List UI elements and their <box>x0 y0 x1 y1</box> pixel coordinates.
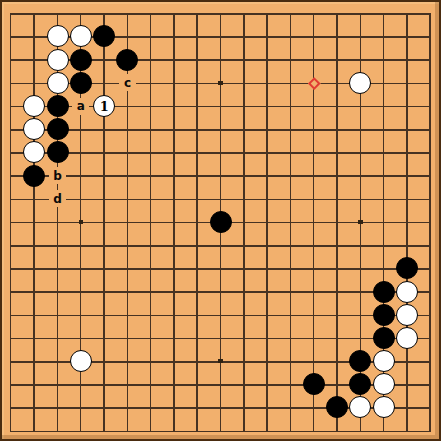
black-stone <box>70 49 92 71</box>
black-stone <box>210 211 232 233</box>
white-stone <box>23 141 45 163</box>
black-stone <box>93 25 115 47</box>
label-d: d <box>49 190 66 207</box>
white-stone <box>373 373 395 395</box>
star-point <box>218 81 223 86</box>
move-number-1: 1 <box>93 95 115 117</box>
star-point <box>218 359 223 364</box>
black-stone <box>326 396 348 418</box>
black-stone <box>70 72 92 94</box>
board-grid: 1abcd <box>0 2 441 441</box>
white-stone <box>373 350 395 372</box>
black-stone <box>373 304 395 326</box>
label-c: c <box>119 74 136 91</box>
black-stone <box>47 95 69 117</box>
label-b: b <box>49 167 66 184</box>
white-stone <box>23 95 45 117</box>
white-stone <box>349 396 371 418</box>
white-stone <box>23 118 45 140</box>
black-stone <box>116 49 138 71</box>
star-point <box>79 220 84 225</box>
white-stone <box>47 25 69 47</box>
black-stone <box>349 350 371 372</box>
black-stone <box>23 165 45 187</box>
diamond-marker <box>308 77 320 89</box>
white-stone <box>396 304 418 326</box>
white-stone <box>396 281 418 303</box>
white-stone <box>70 350 92 372</box>
black-stone <box>396 257 418 279</box>
white-stone <box>349 72 371 94</box>
black-stone <box>349 373 371 395</box>
black-stone <box>47 141 69 163</box>
white-stone <box>396 327 418 349</box>
black-stone <box>373 327 395 349</box>
go-board: 1abcd <box>0 0 441 441</box>
star-point <box>358 220 363 225</box>
white-stone <box>70 25 92 47</box>
white-stone <box>47 49 69 71</box>
black-stone <box>373 281 395 303</box>
white-stone <box>47 72 69 94</box>
label-a: a <box>72 98 89 115</box>
black-stone <box>47 118 69 140</box>
white-stone <box>373 396 395 418</box>
black-stone <box>303 373 325 395</box>
